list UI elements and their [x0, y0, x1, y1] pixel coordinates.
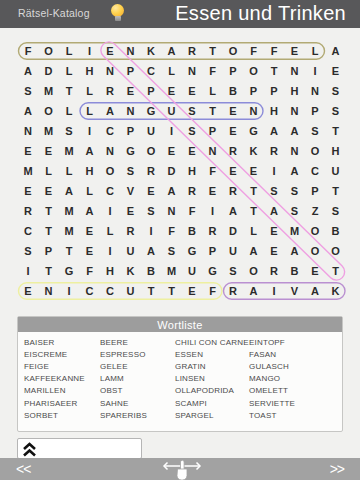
grid-cell[interactable]: L — [79, 81, 100, 101]
grid-cell[interactable]: L — [100, 221, 121, 241]
grid-cell[interactable]: S — [59, 121, 80, 141]
grid-cell[interactable]: S — [182, 121, 203, 141]
grid-cell[interactable]: N — [284, 61, 305, 81]
grid-cell[interactable]: A — [79, 141, 100, 161]
word-search-screen: Rätsel-Katalog Essen und Trinken FOLIENK… — [0, 0, 360, 480]
grid-cell[interactable]: E — [161, 81, 182, 101]
grid-cell[interactable]: E — [18, 141, 39, 161]
grid-cell[interactable]: O — [243, 61, 264, 81]
grid-cell[interactable]: R — [264, 261, 285, 281]
grid-cell[interactable]: E — [182, 281, 203, 301]
grid-cell[interactable]: G — [141, 101, 162, 121]
wordlist-word: SERVIETTE — [249, 399, 338, 408]
grid-cell[interactable]: F — [202, 61, 223, 81]
wordlist-word: SPARERIBS — [100, 411, 175, 420]
wordlist-word: LAMM — [100, 374, 175, 383]
grid-cell[interactable]: R — [141, 161, 162, 181]
catalog-link[interactable]: Rätsel-Katalog — [18, 7, 90, 19]
grid-cell[interactable]: S — [120, 161, 141, 181]
grid-cell[interactable]: P — [202, 241, 223, 261]
grid-cell[interactable]: F — [202, 281, 223, 301]
grid-cell[interactable]: H — [182, 161, 203, 181]
grid-cell[interactable]: M — [59, 201, 80, 221]
grid-cell[interactable]: O — [38, 41, 59, 61]
grid-cell[interactable]: O — [305, 241, 326, 261]
grid-cell[interactable]: T — [325, 181, 346, 201]
grid-cell[interactable]: L — [59, 161, 80, 181]
grid-cell[interactable]: S — [325, 101, 346, 121]
grid-cell[interactable]: S — [284, 201, 305, 221]
grid-cell[interactable]: G — [182, 241, 203, 261]
grid-cell[interactable]: E — [141, 181, 162, 201]
grid-cell[interactable]: G — [243, 121, 264, 141]
grid-cell[interactable]: C — [100, 281, 121, 301]
grid-cell[interactable]: A — [243, 241, 264, 261]
grid-cell[interactable]: N — [284, 141, 305, 161]
grid-cell[interactable]: M — [284, 221, 305, 241]
grid-cell[interactable]: T — [264, 61, 285, 81]
grid-cell[interactable]: A — [325, 41, 346, 61]
grid-cell[interactable]: U — [161, 101, 182, 121]
wordlist-word: TOAST — [249, 411, 338, 420]
wordlist-word: OLLAPODRIDA — [175, 386, 249, 395]
wordlist-word: GULASCH — [249, 362, 338, 371]
grid-cell[interactable]: F — [264, 41, 285, 61]
wordlist-title: Wortliste — [157, 319, 202, 331]
grid-cell[interactable]: A — [284, 241, 305, 261]
grid-cell[interactable]: A — [284, 121, 305, 141]
grid-cell[interactable]: O — [38, 101, 59, 121]
grid-cell[interactable]: N — [305, 81, 326, 101]
grid-cell[interactable]: A — [161, 181, 182, 201]
grid-cell[interactable]: L — [38, 161, 59, 181]
grid-cell[interactable]: E — [264, 241, 285, 261]
grid-cell[interactable]: O — [223, 41, 244, 61]
grid-cell[interactable]: K — [325, 281, 346, 301]
grid-cell[interactable]: I — [264, 281, 285, 301]
grid-cell[interactable]: C — [18, 221, 39, 241]
grid-cell[interactable]: C — [79, 281, 100, 301]
grid-cell[interactable]: P — [223, 61, 244, 81]
grid-cell[interactable]: L — [79, 181, 100, 201]
grid-cell[interactable]: E — [161, 141, 182, 161]
grid-cell[interactable]: A — [284, 161, 305, 181]
grid-cell[interactable]: L — [305, 41, 326, 61]
grid-cell[interactable]: I — [141, 221, 162, 241]
grid-cell[interactable]: Z — [305, 201, 326, 221]
grid-cell[interactable]: L — [202, 81, 223, 101]
grid-cell[interactable]: R — [18, 201, 39, 221]
grid-cell[interactable]: N — [100, 61, 121, 81]
grid-cell[interactable]: I — [305, 61, 326, 81]
grid-cell[interactable]: G — [120, 141, 141, 161]
wordlist-word: SPARGEL — [175, 411, 249, 420]
grid-cell[interactable]: E — [202, 181, 223, 201]
grid-cell[interactable]: A — [161, 41, 182, 61]
grid-cell[interactable]: H — [264, 101, 285, 121]
header-bar: Rätsel-Katalog Essen und Trinken — [0, 0, 360, 28]
grid-cell[interactable]: L — [59, 101, 80, 121]
grid-cell[interactable]: I — [264, 161, 285, 181]
grid-cell[interactable]: T — [38, 261, 59, 281]
grid-cell[interactable]: H — [100, 261, 121, 281]
grid-cell[interactable]: S — [325, 81, 346, 101]
wordlist-word: PHARISAEER — [24, 399, 100, 408]
grid-cell[interactable]: M — [59, 221, 80, 241]
wordlist-header: Wortliste — [18, 317, 342, 332]
grid-cell[interactable]: R — [182, 181, 203, 201]
grid-cell[interactable]: I — [79, 41, 100, 61]
grid-cell[interactable]: A — [305, 281, 326, 301]
grid-cell[interactable]: H — [325, 141, 346, 161]
wordlist-word: FEIGE — [24, 362, 100, 371]
wordlist-word: SAHNE — [100, 399, 175, 408]
grid-cell[interactable]: L — [161, 61, 182, 81]
grid-cell[interactable]: M — [38, 121, 59, 141]
grid-cell[interactable]: L — [59, 61, 80, 81]
grid-cell[interactable]: N — [38, 281, 59, 301]
next-page-button[interactable]: >> — [330, 461, 344, 477]
grid-cell[interactable]: O — [141, 141, 162, 161]
grid-cell[interactable]: E — [223, 101, 244, 121]
grid-cell[interactable]: A — [79, 201, 100, 221]
grid-cell[interactable]: A — [141, 241, 162, 261]
grid-cell[interactable]: I — [100, 201, 121, 221]
grid-cell[interactable]: A — [243, 281, 264, 301]
grid-cell[interactable]: R — [223, 181, 244, 201]
grid-cell[interactable]: T — [161, 281, 182, 301]
wordlist-word: MANGO — [249, 374, 338, 383]
grid-cell[interactable]: D — [223, 221, 244, 241]
grid-cell[interactable]: M — [38, 81, 59, 101]
grid-cell[interactable]: U — [325, 161, 346, 181]
grid-cell[interactable]: E — [284, 41, 305, 61]
grid-cell[interactable]: T — [202, 101, 223, 121]
grid-cell[interactable]: M — [18, 161, 39, 181]
grid-cell[interactable]: C — [141, 61, 162, 81]
grid-cell[interactable]: U — [141, 121, 162, 141]
grid-cell[interactable]: N — [284, 101, 305, 121]
grid-cell[interactable]: T — [59, 81, 80, 101]
grid-cell[interactable]: S — [264, 181, 285, 201]
grid-cell[interactable]: I — [59, 281, 80, 301]
grid-cell[interactable]: M — [59, 141, 80, 161]
grid-cell[interactable]: O — [305, 221, 326, 241]
grid-cell[interactable]: I — [79, 121, 100, 141]
grid-cell[interactable]: M — [161, 261, 182, 281]
grid-cell[interactable]: R — [223, 281, 244, 301]
grid-cell[interactable]: L — [79, 101, 100, 121]
grid-cell[interactable]: T — [141, 281, 162, 301]
grid-cell[interactable]: S — [18, 81, 39, 101]
wordlist-word: BEERE — [100, 338, 175, 347]
grid-cell[interactable]: R — [202, 221, 223, 241]
grid-cell[interactable]: U — [182, 261, 203, 281]
grid-cell[interactable]: R — [120, 221, 141, 241]
grid-cell[interactable]: F — [202, 161, 223, 181]
grid-cell[interactable]: O — [100, 161, 121, 181]
grid-cell[interactable]: U — [120, 281, 141, 301]
grid-cell[interactable]: H — [79, 61, 100, 81]
grid-cell[interactable]: B — [325, 221, 346, 241]
grid-cell[interactable]: E — [264, 221, 285, 241]
wordlist-word: MARILLEN — [24, 386, 100, 395]
grid-cell[interactable]: T — [325, 121, 346, 141]
grid-cell[interactable]: S — [141, 201, 162, 221]
grid-cell[interactable]: T — [325, 261, 346, 281]
grid-cell[interactable]: I — [202, 201, 223, 221]
grid-cell[interactable]: B — [284, 261, 305, 281]
grid-cell[interactable]: P — [120, 121, 141, 141]
grid-cell[interactable]: E — [325, 61, 346, 81]
letter-grid: FOLIENKARTOFFELAADLHNPCLNFPOTNIESMTLREPE… — [18, 41, 346, 301]
grid-cell[interactable]: E — [182, 141, 203, 161]
grid-cell[interactable]: A — [59, 181, 80, 201]
swipe-hand-icon — [160, 454, 204, 480]
grid-cell[interactable]: U — [120, 241, 141, 261]
grid-cell[interactable]: H — [79, 161, 100, 181]
grid-cell[interactable]: E — [120, 81, 141, 101]
grid-cell[interactable]: E — [100, 41, 121, 61]
wordlist-panel: Wortliste BAISERBEERECHILI CON CARNEEINT… — [17, 316, 343, 432]
grid-cell[interactable]: D — [38, 61, 59, 81]
grid-cell[interactable]: N — [202, 141, 223, 161]
wordlist-word: SORBET — [24, 411, 100, 420]
grid-cell[interactable]: N — [120, 41, 141, 61]
grid-cell[interactable]: E — [18, 281, 39, 301]
grid-cell[interactable]: P — [264, 81, 285, 101]
grid-cell[interactable]: G — [202, 261, 223, 281]
wordlist-word: ESSEN — [175, 350, 249, 359]
grid-cell[interactable]: R — [223, 141, 244, 161]
grid-cell[interactable]: P — [202, 121, 223, 141]
grid-cell[interactable]: L — [243, 221, 264, 241]
double-chevron-up-icon — [21, 441, 39, 458]
grid-cell[interactable]: E — [305, 261, 326, 281]
grid-cell[interactable]: P — [141, 81, 162, 101]
prev-page-button[interactable]: << — [16, 461, 30, 477]
grid-cell[interactable]: I — [161, 121, 182, 141]
wordlist-word: EINTOPF — [249, 338, 338, 347]
grid-cell[interactable]: P — [305, 101, 326, 121]
grid-cell[interactable]: F — [79, 261, 100, 281]
wordlist-word: EISCREME — [24, 350, 100, 359]
grid-cell[interactable]: D — [161, 161, 182, 181]
grid-cell[interactable]: P — [305, 181, 326, 201]
grid-cell[interactable]: E — [18, 181, 39, 201]
grid-cell[interactable]: U — [223, 241, 244, 261]
grid-cell[interactable]: F — [161, 221, 182, 241]
grid-cell[interactable]: T — [202, 41, 223, 61]
grid-cell[interactable]: V — [284, 281, 305, 301]
wordlist-word: LINSEN — [175, 374, 249, 383]
grid-cell[interactable]: B — [182, 221, 203, 241]
grid-cell[interactable]: S — [284, 181, 305, 201]
grid-cell[interactable]: E — [182, 81, 203, 101]
grid-cell[interactable]: N — [18, 121, 39, 141]
grid-cell[interactable]: T — [243, 181, 264, 201]
grid-cell[interactable]: N — [182, 61, 203, 81]
grid-cell[interactable]: R — [264, 141, 285, 161]
grid-cell[interactable]: H — [284, 81, 305, 101]
grid-cell[interactable]: N — [161, 201, 182, 221]
grid-cell[interactable]: R — [100, 81, 121, 101]
wordlist-word: SCAMPI — [175, 399, 249, 408]
grid-cell[interactable]: A — [223, 201, 244, 221]
grid-cell[interactable]: E — [38, 181, 59, 201]
grid-cell[interactable]: K — [243, 141, 264, 161]
grid-cell[interactable]: O — [305, 141, 326, 161]
grid-cell[interactable]: F — [18, 41, 39, 61]
wordlist-word: OMELETT — [249, 386, 338, 395]
grid-cell[interactable]: S — [18, 241, 39, 261]
wordlist-word: BAISER — [24, 338, 100, 347]
wordlist-word: OBST — [100, 386, 175, 395]
grid-cell[interactable]: A — [264, 121, 285, 141]
wordlist-word: FASAN — [249, 350, 338, 359]
grid-cell[interactable]: A — [100, 101, 121, 121]
grid-cell[interactable]: F — [243, 41, 264, 61]
grid-cell[interactable]: S — [182, 101, 203, 121]
grid-cell[interactable]: N — [120, 101, 141, 121]
grid-cell[interactable]: N — [100, 141, 121, 161]
wordlist-word: GELEE — [100, 362, 175, 371]
grid-cell[interactable]: A — [18, 101, 39, 121]
grid-cell[interactable]: C — [305, 161, 326, 181]
wordlist-grid: BAISERBEERECHILI CON CARNEEINTOPFEISCREM… — [24, 336, 338, 421]
grid-cell[interactable]: E — [243, 161, 264, 181]
wordlist-word: KAFFEEKANNE — [24, 374, 100, 383]
grid-cell[interactable]: C — [100, 121, 121, 141]
bottom-bar: << >> — [0, 458, 360, 480]
grid-cell[interactable]: E — [38, 141, 59, 161]
grid-cell[interactable]: B — [141, 261, 162, 281]
grid-cell[interactable]: K — [141, 41, 162, 61]
grid-cell[interactable]: B — [223, 81, 244, 101]
grid-cell[interactable]: P — [38, 241, 59, 261]
grid-cell[interactable]: P — [120, 61, 141, 81]
grid-cell[interactable]: K — [120, 261, 141, 281]
grid-cell[interactable]: A — [18, 61, 39, 81]
grid-cell[interactable]: E — [79, 221, 100, 241]
wordlist-word: GRATIN — [175, 362, 249, 371]
page-title: Essen und Trinken — [175, 2, 346, 25]
wordlist-word: CHILI CON CARNE — [175, 338, 249, 347]
grid-cell[interactable]: S — [223, 261, 244, 281]
grid-cell[interactable]: G — [59, 261, 80, 281]
grid-cell[interactable]: T — [38, 221, 59, 241]
lightbulb-icon[interactable] — [111, 4, 124, 23]
grid-cell[interactable]: E — [79, 241, 100, 261]
grid-cell[interactable]: I — [100, 241, 121, 261]
grid-cell[interactable]: T — [243, 201, 264, 221]
grid-cell[interactable]: T — [59, 241, 80, 261]
grid-cell[interactable]: T — [38, 201, 59, 221]
grid-cell[interactable]: A — [264, 201, 285, 221]
pullup-handle[interactable] — [17, 438, 142, 459]
grid-cell[interactable]: E — [120, 201, 141, 221]
grid-cell[interactable]: O — [325, 241, 346, 261]
grid-cell[interactable]: F — [182, 201, 203, 221]
grid-cell[interactable]: V — [120, 181, 141, 201]
grid-cell[interactable]: C — [100, 181, 121, 201]
grid-cell[interactable]: O — [243, 261, 264, 281]
grid-cell[interactable]: I — [18, 261, 39, 281]
grid-cell[interactable]: S — [161, 241, 182, 261]
grid-cell[interactable]: R — [182, 41, 203, 61]
grid-cell[interactable]: E — [223, 161, 244, 181]
grid-cell[interactable]: S — [325, 201, 346, 221]
grid-cell[interactable]: L — [59, 41, 80, 61]
grid-cell[interactable]: E — [223, 121, 244, 141]
grid-cell[interactable]: P — [243, 81, 264, 101]
grid-cell[interactable]: S — [305, 121, 326, 141]
wordlist-word: ESPRESSO — [100, 350, 175, 359]
grid-cell[interactable]: N — [243, 101, 264, 121]
